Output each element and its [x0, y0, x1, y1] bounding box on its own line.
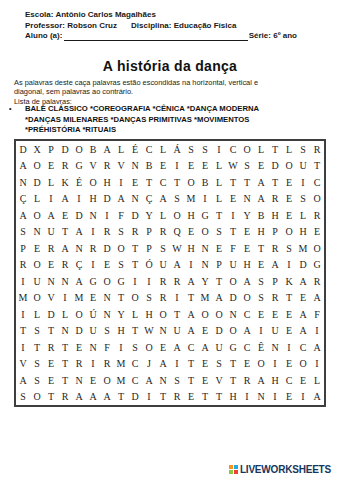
grid-cell-r3c6[interactable]: O: [86, 174, 100, 191]
grid-cell-r10c19[interactable]: R: [268, 290, 282, 307]
grid-cell-r5c21[interactable]: L: [296, 207, 310, 224]
grid-cell-r9c8[interactable]: G: [114, 273, 128, 290]
grid-cell-r11c13[interactable]: A: [184, 306, 198, 323]
grid-cell-r6c5[interactable]: A: [72, 224, 86, 241]
grid-cell-r11c16[interactable]: N: [226, 306, 240, 323]
grid-cell-r5c14[interactable]: G: [198, 207, 212, 224]
grid-cell-r2c15[interactable]: L: [212, 158, 226, 175]
grid-cell-r16c1[interactable]: S: [16, 389, 30, 406]
grid-cell-r9c10[interactable]: I: [142, 273, 156, 290]
grid-cell-r10c20[interactable]: T: [282, 290, 296, 307]
grid-cell-r6c13[interactable]: E: [184, 224, 198, 241]
grid-cell-r14c13[interactable]: T: [184, 356, 198, 373]
grid-cell-r6c20[interactable]: O: [282, 224, 296, 241]
grid-cell-r8c13[interactable]: I: [184, 257, 198, 274]
grid-cell-r2c5[interactable]: G: [72, 158, 86, 175]
grid-cell-r7c6[interactable]: R: [86, 240, 100, 257]
grid-cell-r16c13[interactable]: E: [184, 389, 198, 406]
grid-cell-r14c12[interactable]: I: [170, 356, 184, 373]
grid-cell-r8c16[interactable]: U: [226, 257, 240, 274]
grid-cell-r7c22[interactable]: O: [310, 240, 324, 257]
grid-cell-r16c3[interactable]: T: [44, 389, 58, 406]
grid-cell-r8c14[interactable]: N: [198, 257, 212, 274]
grid-cell-r13c9[interactable]: S: [128, 339, 142, 356]
grid-cell-r7c9[interactable]: T: [128, 240, 142, 257]
grid-cell-r5c15[interactable]: T: [212, 207, 226, 224]
grid-cell-r1c9[interactable]: É: [128, 141, 142, 158]
grid-cell-r11c18[interactable]: E: [254, 306, 268, 323]
grid-cell-r1c22[interactable]: R: [310, 141, 324, 158]
grid-cell-r4c22[interactable]: O: [310, 191, 324, 208]
grid-cell-r8c22[interactable]: G: [310, 257, 324, 274]
grid-cell-r7c1[interactable]: P: [16, 240, 30, 257]
grid-cell-r7c14[interactable]: N: [198, 240, 212, 257]
grid-cell-r9c22[interactable]: R: [310, 273, 324, 290]
grid-cell-r5c3[interactable]: A: [44, 207, 58, 224]
grid-cell-r11c20[interactable]: E: [282, 306, 296, 323]
grid-cell-r10c9[interactable]: O: [128, 290, 142, 307]
grid-cell-r3c4[interactable]: K: [58, 174, 72, 191]
grid-cell-r1c17[interactable]: O: [240, 141, 254, 158]
grid-cell-r12c18[interactable]: I: [254, 323, 268, 340]
grid-cell-r6c8[interactable]: S: [114, 224, 128, 241]
grid-cell-r10c7[interactable]: N: [100, 290, 114, 307]
grid-cell-r11c8[interactable]: Y: [114, 306, 128, 323]
grid-cell-r14c2[interactable]: S: [30, 356, 44, 373]
grid-cell-r14c19[interactable]: I: [268, 356, 282, 373]
grid-cell-r3c12[interactable]: T: [170, 174, 184, 191]
grid-cell-r14c1[interactable]: V: [16, 356, 30, 373]
grid-cell-r13c1[interactable]: I: [16, 339, 30, 356]
grid-cell-r13c21[interactable]: C: [296, 339, 310, 356]
grid-cell-r16c11[interactable]: T: [156, 389, 170, 406]
grid-cell-r2c10[interactable]: B: [142, 158, 156, 175]
grid-cell-r12c12[interactable]: U: [170, 323, 184, 340]
grid-cell-r11c7[interactable]: N: [100, 306, 114, 323]
grid-cell-r3c16[interactable]: T: [226, 174, 240, 191]
grid-cell-r10c21[interactable]: E: [296, 290, 310, 307]
grid-cell-r6c14[interactable]: O: [198, 224, 212, 241]
grid-cell-r12c2[interactable]: S: [30, 323, 44, 340]
grid-cell-r13c5[interactable]: E: [72, 339, 86, 356]
grid-cell-r9c1[interactable]: I: [16, 273, 30, 290]
grid-cell-r13c22[interactable]: A: [310, 339, 324, 356]
grid-cell-r16c2[interactable]: O: [30, 389, 44, 406]
grid-cell-r11c15[interactable]: O: [212, 306, 226, 323]
grid-cell-r2c1[interactable]: A: [16, 158, 30, 175]
grid-cell-r2c13[interactable]: E: [184, 158, 198, 175]
grid-cell-r6c2[interactable]: N: [30, 224, 44, 241]
grid-cell-r6c22[interactable]: E: [310, 224, 324, 241]
grid-cell-r15c20[interactable]: C: [282, 372, 296, 389]
grid-cell-r9c17[interactable]: A: [240, 273, 254, 290]
grid-cell-r12c21[interactable]: A: [296, 323, 310, 340]
grid-cell-r2c9[interactable]: N: [128, 158, 142, 175]
grid-cell-r2c6[interactable]: V: [86, 158, 100, 175]
grid-cell-r10c22[interactable]: A: [310, 290, 324, 307]
grid-cell-r3c17[interactable]: T: [240, 174, 254, 191]
grid-cell-r8c18[interactable]: E: [254, 257, 268, 274]
grid-cell-r10c14[interactable]: M: [198, 290, 212, 307]
grid-cell-r14c16[interactable]: T: [226, 356, 240, 373]
grid-cell-r16c19[interactable]: I: [268, 389, 282, 406]
grid-cell-r7c19[interactable]: R: [268, 240, 282, 257]
grid-cell-r3c2[interactable]: D: [30, 174, 44, 191]
grid-cell-r3c19[interactable]: T: [268, 174, 282, 191]
grid-cell-r11c3[interactable]: D: [44, 306, 58, 323]
grid-cell-r3c8[interactable]: I: [114, 174, 128, 191]
grid-cell-r13c2[interactable]: T: [30, 339, 44, 356]
grid-cell-r12c19[interactable]: U: [268, 323, 282, 340]
grid-cell-r2c19[interactable]: D: [268, 158, 282, 175]
grid-cell-r11c5[interactable]: O: [72, 306, 86, 323]
grid-cell-r8c19[interactable]: A: [268, 257, 282, 274]
grid-cell-r13c19[interactable]: N: [268, 339, 282, 356]
grid-cell-r7c12[interactable]: W: [170, 240, 184, 257]
grid-cell-r9c16[interactable]: O: [226, 273, 240, 290]
grid-cell-r15c21[interactable]: E: [296, 372, 310, 389]
grid-cell-r12c16[interactable]: O: [226, 323, 240, 340]
grid-cell-r9c18[interactable]: S: [254, 273, 268, 290]
grid-cell-r16c4[interactable]: R: [58, 389, 72, 406]
grid-cell-r6c10[interactable]: P: [142, 224, 156, 241]
grid-cell-r12c14[interactable]: E: [198, 323, 212, 340]
grid-cell-r1c1[interactable]: D: [16, 141, 30, 158]
grid-cell-r16c15[interactable]: T: [212, 389, 226, 406]
grid-cell-r11c10[interactable]: H: [142, 306, 156, 323]
grid-cell-r10c17[interactable]: O: [240, 290, 254, 307]
grid-cell-r3c21[interactable]: I: [296, 174, 310, 191]
grid-cell-r16c16[interactable]: H: [226, 389, 240, 406]
grid-cell-r15c17[interactable]: R: [240, 372, 254, 389]
grid-cell-r15c16[interactable]: T: [226, 372, 240, 389]
grid-cell-r5c20[interactable]: E: [282, 207, 296, 224]
grid-cell-r11c1[interactable]: I: [16, 306, 30, 323]
grid-cell-r14c15[interactable]: S: [212, 356, 226, 373]
grid-cell-r7c15[interactable]: E: [212, 240, 226, 257]
grid-cell-r13c10[interactable]: O: [142, 339, 156, 356]
grid-cell-r12c15[interactable]: D: [212, 323, 226, 340]
grid-cell-r11c21[interactable]: A: [296, 306, 310, 323]
grid-cell-r15c18[interactable]: A: [254, 372, 268, 389]
grid-cell-r9c4[interactable]: N: [58, 273, 72, 290]
grid-cell-r3c10[interactable]: T: [142, 174, 156, 191]
grid-cell-r5c2[interactable]: O: [30, 207, 44, 224]
grid-cell-r7c10[interactable]: P: [142, 240, 156, 257]
grid-cell-r14c18[interactable]: O: [254, 356, 268, 373]
grid-cell-r1c4[interactable]: D: [58, 141, 72, 158]
grid-cell-r3c3[interactable]: L: [44, 174, 58, 191]
grid-cell-r7c20[interactable]: S: [282, 240, 296, 257]
grid-cell-r8c8[interactable]: S: [114, 257, 128, 274]
grid-cell-r12c1[interactable]: T: [16, 323, 30, 340]
grid-cell-r5c16[interactable]: I: [226, 207, 240, 224]
grid-cell-r3c9[interactable]: E: [128, 174, 142, 191]
grid-cell-r1c11[interactable]: L: [156, 141, 170, 158]
grid-cell-r7c18[interactable]: T: [254, 240, 268, 257]
grid-cell-r9c14[interactable]: Y: [198, 273, 212, 290]
grid-cell-r14c5[interactable]: R: [72, 356, 86, 373]
grid-cell-r9c20[interactable]: K: [282, 273, 296, 290]
grid-cell-r3c22[interactable]: C: [310, 174, 324, 191]
grid-cell-r15c22[interactable]: L: [310, 372, 324, 389]
grid-cell-r8c4[interactable]: R: [58, 257, 72, 274]
grid-cell-r3c5[interactable]: É: [72, 174, 86, 191]
grid-cell-r1c5[interactable]: O: [72, 141, 86, 158]
grid-cell-r5c12[interactable]: O: [170, 207, 184, 224]
grid-cell-r7c11[interactable]: S: [156, 240, 170, 257]
grid-cell-r6c19[interactable]: P: [268, 224, 282, 241]
grid-cell-r2c17[interactable]: S: [240, 158, 254, 175]
grid-cell-r2c11[interactable]: E: [156, 158, 170, 175]
grid-cell-r5c1[interactable]: A: [16, 207, 30, 224]
grid-cell-r3c18[interactable]: A: [254, 174, 268, 191]
grid-cell-r12c4[interactable]: N: [58, 323, 72, 340]
grid-cell-r13c7[interactable]: F: [100, 339, 114, 356]
grid-cell-r8c1[interactable]: R: [16, 257, 30, 274]
grid-cell-r7c7[interactable]: D: [100, 240, 114, 257]
grid-cell-r1c13[interactable]: S: [184, 141, 198, 158]
grid-cell-r13c13[interactable]: C: [184, 339, 198, 356]
grid-cell-r12c3[interactable]: T: [44, 323, 58, 340]
grid-cell-r7c5[interactable]: N: [72, 240, 86, 257]
grid-cell-r6c7[interactable]: R: [100, 224, 114, 241]
grid-cell-r15c14[interactable]: E: [198, 372, 212, 389]
grid-cell-r15c6[interactable]: E: [86, 372, 100, 389]
grid-cell-r10c4[interactable]: I: [58, 290, 72, 307]
grid-cell-r6c1[interactable]: S: [16, 224, 30, 241]
grid-cell-r6c11[interactable]: R: [156, 224, 170, 241]
grid-cell-r11c2[interactable]: L: [30, 306, 44, 323]
grid-cell-r6c18[interactable]: H: [254, 224, 268, 241]
grid-cell-r4c6[interactable]: H: [86, 191, 100, 208]
grid-cell-r14c22[interactable]: I: [310, 356, 324, 373]
grid-cell-r15c10[interactable]: A: [142, 372, 156, 389]
grid-cell-r11c6[interactable]: Ú: [86, 306, 100, 323]
grid-cell-r14c8[interactable]: M: [114, 356, 128, 373]
grid-cell-r8c6[interactable]: I: [86, 257, 100, 274]
grid-cell-r10c16[interactable]: D: [226, 290, 240, 307]
grid-cell-r16c7[interactable]: A: [100, 389, 114, 406]
grid-cell-r11c17[interactable]: C: [240, 306, 254, 323]
grid-cell-r3c1[interactable]: N: [16, 174, 30, 191]
grid-cell-r4c4[interactable]: A: [58, 191, 72, 208]
grid-cell-r8c21[interactable]: D: [296, 257, 310, 274]
grid-cell-r14c7[interactable]: R: [100, 356, 114, 373]
grid-cell-r3c15[interactable]: L: [212, 174, 226, 191]
grid-cell-r10c12[interactable]: I: [170, 290, 184, 307]
grid-cell-r13c11[interactable]: E: [156, 339, 170, 356]
grid-cell-r12c8[interactable]: H: [114, 323, 128, 340]
grid-cell-r6c9[interactable]: R: [128, 224, 142, 241]
grid-cell-r13c16[interactable]: G: [226, 339, 240, 356]
grid-cell-r15c3[interactable]: E: [44, 372, 58, 389]
grid-cell-r9c9[interactable]: I: [128, 273, 142, 290]
grid-cell-r16c5[interactable]: A: [72, 389, 86, 406]
grid-cell-r8c2[interactable]: O: [30, 257, 44, 274]
grid-cell-r1c12[interactable]: Á: [170, 141, 184, 158]
grid-cell-r12c5[interactable]: D: [72, 323, 86, 340]
grid-cell-r9c7[interactable]: O: [100, 273, 114, 290]
grid-cell-r8c17[interactable]: H: [240, 257, 254, 274]
grid-cell-r4c21[interactable]: S: [296, 191, 310, 208]
grid-cell-r3c7[interactable]: H: [100, 174, 114, 191]
grid-cell-r1c19[interactable]: T: [268, 141, 282, 158]
grid-cell-r13c14[interactable]: A: [198, 339, 212, 356]
grid-cell-r10c8[interactable]: T: [114, 290, 128, 307]
grid-cell-r7c16[interactable]: F: [226, 240, 240, 257]
grid-cell-r9c19[interactable]: P: [268, 273, 282, 290]
grid-cell-r5c6[interactable]: N: [86, 207, 100, 224]
grid-cell-r11c4[interactable]: L: [58, 306, 72, 323]
grid-cell-r14c3[interactable]: E: [44, 356, 58, 373]
grid-cell-r15c9[interactable]: C: [128, 372, 142, 389]
grid-cell-r10c15[interactable]: A: [212, 290, 226, 307]
grid-cell-r1c6[interactable]: B: [86, 141, 100, 158]
grid-cell-r1c21[interactable]: S: [296, 141, 310, 158]
grid-cell-r12c22[interactable]: I: [310, 323, 324, 340]
grid-cell-r5c18[interactable]: B: [254, 207, 268, 224]
grid-cell-r15c7[interactable]: O: [100, 372, 114, 389]
grid-cell-r3c13[interactable]: O: [184, 174, 198, 191]
grid-cell-r8c3[interactable]: E: [44, 257, 58, 274]
grid-cell-r5c7[interactable]: I: [100, 207, 114, 224]
grid-cell-r5c4[interactable]: E: [58, 207, 72, 224]
grid-cell-r2c12[interactable]: I: [170, 158, 184, 175]
grid-cell-r9c3[interactable]: N: [44, 273, 58, 290]
grid-cell-r2c7[interactable]: R: [100, 158, 114, 175]
grid-cell-r16c21[interactable]: I: [296, 389, 310, 406]
grid-cell-r8c10[interactable]: Ó: [142, 257, 156, 274]
grid-cell-r16c10[interactable]: I: [142, 389, 156, 406]
grid-cell-r7c8[interactable]: O: [114, 240, 128, 257]
grid-cell-r14c9[interactable]: C: [128, 356, 142, 373]
grid-cell-r2c3[interactable]: E: [44, 158, 58, 175]
grid-cell-r3c11[interactable]: C: [156, 174, 170, 191]
grid-cell-r4c18[interactable]: A: [254, 191, 268, 208]
grid-cell-r12c13[interactable]: A: [184, 323, 198, 340]
grid-cell-r12c17[interactable]: A: [240, 323, 254, 340]
grid-cell-r12c9[interactable]: T: [128, 323, 142, 340]
grid-cell-r16c6[interactable]: A: [86, 389, 100, 406]
grid-cell-r1c2[interactable]: X: [30, 141, 44, 158]
grid-cell-r2c20[interactable]: O: [282, 158, 296, 175]
grid-cell-r12c6[interactable]: U: [86, 323, 100, 340]
grid-cell-r4c13[interactable]: M: [184, 191, 198, 208]
grid-cell-r4c20[interactable]: E: [282, 191, 296, 208]
grid-cell-r11c11[interactable]: O: [156, 306, 170, 323]
grid-cell-r2c8[interactable]: V: [114, 158, 128, 175]
grid-cell-r4c7[interactable]: D: [100, 191, 114, 208]
grid-cell-r9c11[interactable]: R: [156, 273, 170, 290]
grid-cell-r14c17[interactable]: E: [240, 356, 254, 373]
grid-cell-r4c2[interactable]: L: [30, 191, 44, 208]
grid-cell-r15c13[interactable]: T: [184, 372, 198, 389]
grid-cell-r6c17[interactable]: E: [240, 224, 254, 241]
grid-cell-r10c1[interactable]: M: [16, 290, 30, 307]
grid-cell-r5c13[interactable]: H: [184, 207, 198, 224]
grid-cell-r1c18[interactable]: L: [254, 141, 268, 158]
grid-cell-r6c21[interactable]: H: [296, 224, 310, 241]
grid-cell-r13c4[interactable]: T: [58, 339, 72, 356]
grid-cell-r15c15[interactable]: V: [212, 372, 226, 389]
grid-cell-r2c14[interactable]: E: [198, 158, 212, 175]
grid-cell-r8c5[interactable]: Ç: [72, 257, 86, 274]
grid-cell-r11c14[interactable]: O: [198, 306, 212, 323]
grid-cell-r13c8[interactable]: I: [114, 339, 128, 356]
grid-cell-r15c5[interactable]: N: [72, 372, 86, 389]
grid-cell-r1c16[interactable]: C: [226, 141, 240, 158]
grid-cell-r8c7[interactable]: E: [100, 257, 114, 274]
grid-cell-r2c16[interactable]: W: [226, 158, 240, 175]
grid-cell-r5c17[interactable]: Y: [240, 207, 254, 224]
grid-cell-r5c5[interactable]: D: [72, 207, 86, 224]
grid-cell-r16c17[interactable]: I: [240, 389, 254, 406]
grid-cell-r10c6[interactable]: E: [86, 290, 100, 307]
grid-cell-r14c20[interactable]: E: [282, 356, 296, 373]
grid-cell-r14c11[interactable]: A: [156, 356, 170, 373]
grid-cell-r5c10[interactable]: Y: [142, 207, 156, 224]
grid-cell-r13c17[interactable]: C: [240, 339, 254, 356]
grid-cell-r9c13[interactable]: A: [184, 273, 198, 290]
grid-cell-r10c11[interactable]: R: [156, 290, 170, 307]
grid-cell-r16c12[interactable]: R: [170, 389, 184, 406]
grid-cell-r15c19[interactable]: H: [268, 372, 282, 389]
grid-cell-r15c8[interactable]: M: [114, 372, 128, 389]
grid-cell-r4c15[interactable]: L: [212, 191, 226, 208]
grid-cell-r7c3[interactable]: R: [44, 240, 58, 257]
grid-cell-r9c15[interactable]: T: [212, 273, 226, 290]
grid-cell-r3c14[interactable]: B: [198, 174, 212, 191]
grid-cell-r9c6[interactable]: G: [86, 273, 100, 290]
grid-cell-r11c12[interactable]: T: [170, 306, 184, 323]
student-name-blank[interactable]: [64, 33, 247, 41]
grid-cell-r1c15[interactable]: I: [212, 141, 226, 158]
grid-cell-r8c9[interactable]: T: [128, 257, 142, 274]
grid-cell-r5c19[interactable]: H: [268, 207, 282, 224]
grid-cell-r4c5[interactable]: I: [72, 191, 86, 208]
grid-cell-r4c14[interactable]: I: [198, 191, 212, 208]
grid-cell-r12c11[interactable]: N: [156, 323, 170, 340]
grid-cell-r7c17[interactable]: E: [240, 240, 254, 257]
grid-cell-r12c10[interactable]: W: [142, 323, 156, 340]
grid-cell-r6c3[interactable]: U: [44, 224, 58, 241]
grid-cell-r6c12[interactable]: Q: [170, 224, 184, 241]
grid-cell-r16c8[interactable]: T: [114, 389, 128, 406]
grid-cell-r7c21[interactable]: M: [296, 240, 310, 257]
grid-cell-r14c6[interactable]: I: [86, 356, 100, 373]
grid-cell-r16c22[interactable]: A: [310, 389, 324, 406]
grid-cell-r4c11[interactable]: A: [156, 191, 170, 208]
grid-cell-r9c2[interactable]: U: [30, 273, 44, 290]
grid-cell-r7c2[interactable]: E: [30, 240, 44, 257]
grid-cell-r16c9[interactable]: D: [128, 389, 142, 406]
grid-cell-r11c22[interactable]: F: [310, 306, 324, 323]
grid-cell-r15c1[interactable]: A: [16, 372, 30, 389]
grid-cell-r13c15[interactable]: U: [212, 339, 226, 356]
grid-cell-r16c18[interactable]: N: [254, 389, 268, 406]
grid-cell-r8c11[interactable]: U: [156, 257, 170, 274]
grid-cell-r13c12[interactable]: A: [170, 339, 184, 356]
grid-cell-r12c7[interactable]: S: [100, 323, 114, 340]
grid-cell-r6c16[interactable]: T: [226, 224, 240, 241]
grid-cell-r5c11[interactable]: L: [156, 207, 170, 224]
grid-cell-r9c5[interactable]: A: [72, 273, 86, 290]
grid-cell-r4c10[interactable]: Ç: [142, 191, 156, 208]
grid-cell-r2c22[interactable]: T: [310, 158, 324, 175]
grid-cell-r8c12[interactable]: A: [170, 257, 184, 274]
grid-cell-r10c13[interactable]: T: [184, 290, 198, 307]
